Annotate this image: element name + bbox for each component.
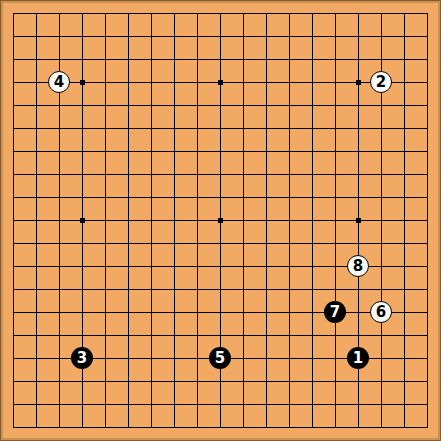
grid-horizontal-line (13, 312, 428, 313)
grid-horizontal-line (13, 427, 428, 428)
stone-move-number: 8 (353, 259, 363, 274)
stone-move-number: 1 (353, 351, 363, 366)
grid-horizontal-line (13, 404, 428, 405)
star-point (218, 80, 223, 85)
grid-horizontal-line (13, 335, 428, 336)
grid-horizontal-line (13, 243, 428, 244)
grid-vertical-line (289, 13, 290, 428)
grid-vertical-line (243, 13, 244, 428)
grid-horizontal-line (13, 381, 428, 382)
stone-black-7: 7 (324, 301, 346, 323)
stone-move-number: 2 (376, 75, 386, 90)
stone-move-number: 6 (376, 305, 386, 320)
star-point (80, 218, 85, 223)
grid-vertical-line (427, 13, 428, 428)
star-point (218, 218, 223, 223)
star-point (356, 218, 361, 223)
stone-white-2: 2 (370, 71, 392, 93)
grid-vertical-line (404, 13, 405, 428)
stone-move-number: 3 (77, 351, 87, 366)
grid-vertical-line (335, 13, 336, 428)
stone-black-5: 5 (209, 347, 231, 369)
stone-move-number: 5 (215, 351, 225, 366)
stone-white-4: 4 (48, 71, 70, 93)
go-board[interactable]: 12345678 (0, 0, 441, 441)
star-point (356, 80, 361, 85)
stone-black-3: 3 (71, 347, 93, 369)
star-point (80, 80, 85, 85)
grid-vertical-line (266, 13, 267, 428)
stone-move-number: 4 (54, 75, 64, 90)
stone-white-6: 6 (370, 301, 392, 323)
stone-black-1: 1 (347, 347, 369, 369)
grid-horizontal-line (13, 289, 428, 290)
stone-white-8: 8 (347, 255, 369, 277)
grid-vertical-line (312, 13, 313, 428)
stone-move-number: 7 (330, 305, 340, 320)
